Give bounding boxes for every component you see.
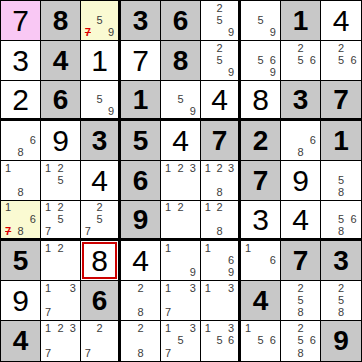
candidate: 9 — [105, 27, 117, 39]
candidate: 3 — [225, 322, 237, 335]
candidate: 1 — [42, 162, 54, 174]
pencil-marks: 12 — [42, 242, 79, 279]
pencil-marks: 1237 — [42, 322, 79, 360]
solved-digit: 4 — [211, 85, 228, 115]
cell-r6c3[interactable]: 257 — [81, 201, 121, 241]
cell-r6c6[interactable]: 128 — [201, 201, 241, 241]
candidate: 5 — [335, 294, 348, 306]
given-digit: 6 — [133, 167, 149, 195]
cell-r8c2[interactable]: 137 — [41, 281, 81, 321]
candidate: 2 — [294, 42, 306, 54]
candidate: 8 — [214, 187, 226, 199]
pencil-marks: 569 — [242, 42, 279, 79]
cell-r8c4[interactable]: 28 — [121, 281, 161, 321]
given-digit: 3 — [92, 127, 108, 155]
cell-r2c5[interactable]: 8 — [161, 41, 201, 81]
cell-r9c2[interactable]: 1237 — [41, 321, 81, 361]
given-digit: 1 — [293, 7, 309, 35]
cell-r7c7[interactable]: 16 — [241, 241, 281, 281]
excluded-candidate: 7 — [2, 225, 14, 237]
cell-r2c7[interactable]: 569 — [241, 41, 281, 81]
candidate: 5 — [54, 174, 66, 186]
cell-r3c3[interactable]: 59 — [81, 81, 121, 121]
solved-digit: 1 — [91, 46, 108, 76]
candidate: 1 — [202, 202, 214, 214]
candidate: 6 — [267, 335, 279, 348]
candidate: 2 — [54, 322, 66, 335]
candidate: 5 — [335, 174, 348, 186]
pencil-marks: 259 — [202, 42, 237, 79]
candidate: 1 — [42, 242, 54, 254]
cell-r4c2[interactable]: 9 — [41, 121, 81, 161]
candidate: 2 — [54, 242, 66, 254]
cell-r7c4[interactable]: 4 — [121, 241, 161, 281]
candidate: 7 — [162, 347, 174, 360]
given-digit: 4 — [13, 327, 29, 355]
cell-r5c9[interactable]: 58 — [321, 161, 361, 201]
candidate: 5 — [94, 94, 106, 106]
candidate: 1 — [202, 282, 214, 294]
candidate: 5 — [254, 335, 266, 348]
cell-r3c7[interactable]: 8 — [241, 81, 281, 121]
candidate: 5 — [54, 214, 66, 226]
pencil-marks: 169 — [202, 242, 237, 279]
solved-digit: 3 — [252, 205, 269, 235]
given-digit: 3 — [133, 7, 149, 35]
candidate: 9 — [105, 105, 117, 117]
cell-r7c6[interactable]: 169 — [201, 241, 241, 281]
cell-r5c4[interactable]: 6 — [121, 161, 161, 201]
candidate: 6 — [307, 134, 319, 146]
candidate: 2 — [214, 162, 226, 174]
sudoku-board: 7857936259591434178259569256256265915948… — [0, 0, 362, 362]
given-digit: 9 — [333, 327, 349, 355]
cell-r8c3[interactable]: 6 — [81, 281, 121, 321]
candidate: 8 — [335, 187, 348, 199]
candidate: 5 — [294, 294, 306, 306]
cell-r9c8[interactable]: 2568 — [281, 321, 321, 361]
cell-r3c9[interactable]: 7 — [321, 81, 361, 121]
cell-r7c1[interactable]: 5 — [1, 241, 41, 281]
candidate: 2 — [335, 42, 348, 54]
cell-r5c1[interactable]: 18 — [1, 161, 41, 201]
given-digit: 2 — [253, 127, 269, 155]
pencil-marks: 568 — [322, 202, 360, 237]
candidate: 2 — [134, 322, 146, 335]
cell-r3c8[interactable]: 3 — [281, 81, 321, 121]
candidate: 2 — [214, 2, 226, 14]
solved-digit: 2 — [12, 85, 29, 115]
cell-r7c2[interactable]: 12 — [41, 241, 81, 281]
given-digit: 4 — [53, 47, 69, 75]
candidate: 8 — [294, 147, 306, 159]
given-digit: 3 — [293, 86, 309, 114]
cell-r6c8[interactable]: 4 — [281, 201, 321, 241]
candidate: 1 — [2, 202, 14, 214]
pencil-marks: 137 — [162, 282, 199, 319]
cell-r2c6[interactable]: 259 — [201, 41, 241, 81]
cell-r8c5[interactable]: 137 — [161, 281, 201, 321]
pencil-marks: 16 — [242, 242, 279, 279]
candidate: 5 — [174, 335, 186, 348]
candidate: 8 — [134, 307, 146, 319]
candidate: 2 — [174, 162, 186, 174]
candidate: 2 — [214, 202, 226, 214]
solved-digit: 4 — [292, 205, 309, 235]
cell-r6c7[interactable]: 3 — [241, 201, 281, 241]
pencil-marks: 59 — [242, 2, 279, 39]
candidate: 6 — [347, 214, 360, 226]
candidate: 8 — [14, 147, 26, 159]
given-digit: 7 — [333, 86, 349, 114]
candidate: 9 — [267, 67, 279, 79]
given-digit: 6 — [173, 7, 189, 35]
solved-digit: 8 — [252, 85, 269, 115]
pencil-marks: 18 — [2, 162, 39, 199]
candidate: 3 — [67, 282, 79, 294]
given-digit: 6 — [53, 86, 69, 114]
candidate: 5 — [94, 214, 106, 226]
candidate: 9 — [267, 27, 279, 39]
cell-r4c4[interactable]: 5 — [121, 121, 161, 161]
candidate: 6 — [347, 54, 360, 66]
candidate: 3 — [187, 162, 199, 174]
cell-r8c1[interactable]: 9 — [1, 281, 41, 321]
candidate: 3 — [67, 322, 79, 335]
candidate: 7 — [42, 307, 54, 319]
cell-r5c5[interactable]: 123 — [161, 161, 201, 201]
solved-digit: 9 — [292, 166, 309, 196]
excluded-candidate: 7 — [82, 27, 94, 39]
candidate: 2 — [174, 202, 186, 214]
candidate: 6 — [307, 54, 319, 66]
pencil-marks: 1356 — [202, 322, 237, 360]
cell-r4c5[interactable]: 4 — [161, 121, 201, 161]
candidate: 1 — [2, 162, 14, 174]
candidate: 9 — [225, 267, 237, 279]
pencil-marks: 58 — [322, 162, 360, 199]
cell-r1c6[interactable]: 259 — [201, 1, 241, 41]
cell-r6c2[interactable]: 1257 — [41, 201, 81, 241]
pencil-marks: 125 — [42, 162, 79, 199]
solved-digit: 9 — [52, 126, 69, 156]
solved-digit: 8 — [91, 246, 108, 276]
pencil-marks: 1357 — [162, 322, 199, 360]
candidate: 5 — [335, 214, 348, 226]
candidate: 5 — [254, 54, 266, 66]
cell-r1c2[interactable]: 8 — [41, 1, 81, 41]
candidate: 7 — [42, 347, 54, 360]
candidate: 9 — [225, 67, 237, 79]
cell-r1c8[interactable]: 1 — [281, 1, 321, 41]
given-digit: 8 — [173, 47, 189, 75]
given-digit: 5 — [13, 247, 29, 275]
candidate: 1 — [42, 202, 54, 214]
pencil-marks: 258 — [282, 282, 319, 319]
candidate: 2 — [54, 202, 66, 214]
candidate: 5 — [294, 335, 306, 348]
candidate: 8 — [335, 307, 348, 319]
pencil-marks: 19 — [162, 242, 199, 279]
cell-r8c7[interactable]: 4 — [241, 281, 281, 321]
cell-r4c8[interactable]: 68 — [281, 121, 321, 161]
candidate: 2 — [94, 202, 106, 214]
pencil-marks: 1257 — [42, 202, 79, 237]
cell-r3c4[interactable]: 1 — [121, 81, 161, 121]
cell-r6c1[interactable]: 1678 — [1, 201, 41, 241]
candidate: 6 — [225, 335, 237, 348]
candidate: 6 — [267, 254, 279, 266]
candidate: 3 — [187, 322, 199, 335]
candidate: 6 — [27, 134, 39, 146]
pencil-marks: 2568 — [282, 322, 319, 360]
solved-digit: 7 — [132, 46, 149, 76]
cell-r5c2[interactable]: 125 — [41, 161, 81, 201]
pencil-marks: 59 — [162, 82, 199, 117]
candidate: 3 — [187, 282, 199, 294]
cell-r4c9[interactable]: 1 — [321, 121, 361, 161]
candidate: 2 — [294, 322, 306, 335]
pencil-marks: 68 — [282, 122, 319, 159]
pencil-marks: 68 — [2, 122, 39, 159]
candidate: 1 — [242, 242, 254, 254]
cell-r9c1[interactable]: 4 — [1, 321, 41, 361]
candidate: 7 — [42, 225, 54, 237]
candidate: 1 — [162, 162, 174, 174]
given-digit: 5 — [133, 127, 149, 155]
solved-digit: 7 — [12, 6, 29, 36]
solved-digit: 9 — [12, 286, 29, 316]
cell-r5c7[interactable]: 7 — [241, 161, 281, 201]
pencil-marks: 12 — [162, 202, 199, 237]
candidate: 9 — [225, 27, 237, 39]
cell-r7c3[interactable]: 8 — [81, 241, 121, 281]
cell-r1c3[interactable]: 579 — [81, 1, 121, 41]
candidate: 6 — [307, 335, 319, 348]
pencil-marks: 28 — [122, 322, 159, 360]
candidate: 1 — [202, 242, 214, 254]
candidate: 7 — [162, 307, 174, 319]
candidate: 1 — [42, 282, 54, 294]
cell-r4c7[interactable]: 2 — [241, 121, 281, 161]
candidate: 3 — [225, 162, 237, 174]
given-digit: 1 — [333, 127, 349, 155]
cell-r8c9[interactable]: 258 — [321, 281, 361, 321]
candidate: 9 — [187, 105, 199, 117]
cell-r6c5[interactable]: 12 — [161, 201, 201, 241]
pencil-marks: 258 — [322, 282, 360, 319]
cell-r1c7[interactable]: 59 — [241, 1, 281, 41]
cell-r3c2[interactable]: 6 — [41, 81, 81, 121]
pencil-marks: 27 — [82, 322, 117, 360]
pencil-marks: 259 — [202, 2, 237, 39]
candidate: 8 — [294, 307, 306, 319]
cell-r9c4[interactable]: 28 — [121, 321, 161, 361]
cell-r5c6[interactable]: 1238 — [201, 161, 241, 201]
pencil-marks: 59 — [82, 82, 117, 117]
candidate: 8 — [14, 225, 26, 237]
pencil-marks: 156 — [242, 322, 279, 360]
pencil-marks: 1238 — [202, 162, 237, 199]
given-digit: 7 — [253, 167, 269, 195]
pencil-marks: 123 — [162, 162, 199, 199]
candidate: 2 — [94, 322, 106, 335]
cell-r9c5[interactable]: 1357 — [161, 321, 201, 361]
cell-r4c3[interactable]: 3 — [81, 121, 121, 161]
cell-r2c1[interactable]: 3 — [1, 41, 41, 81]
cell-r5c8[interactable]: 9 — [281, 161, 321, 201]
given-digit: 6 — [92, 287, 108, 315]
candidate: 1 — [202, 162, 214, 174]
candidate: 5 — [214, 54, 226, 66]
cell-r7c8[interactable]: 7 — [281, 241, 321, 281]
solved-digit: 4 — [91, 166, 108, 196]
solved-digit: 4 — [333, 6, 350, 36]
solved-digit: 4 — [132, 246, 149, 276]
cell-r4c6[interactable]: 7 — [201, 121, 241, 161]
candidate: 9 — [187, 267, 199, 279]
candidate: 2 — [134, 282, 146, 294]
cell-r1c5[interactable]: 6 — [161, 1, 201, 41]
cell-r6c9[interactable]: 568 — [321, 201, 361, 241]
cell-r9c7[interactable]: 156 — [241, 321, 281, 361]
candidate: 8 — [335, 225, 348, 237]
given-digit: 7 — [293, 247, 309, 275]
cell-r3c6[interactable]: 4 — [201, 81, 241, 121]
candidate: 1 — [42, 322, 54, 335]
pencil-marks: 128 — [202, 202, 237, 237]
candidate: 1 — [202, 322, 214, 335]
candidate: 5 — [94, 14, 106, 26]
solved-digit: 4 — [172, 126, 189, 156]
candidate: 1 — [242, 322, 254, 335]
pencil-marks: 257 — [82, 202, 117, 237]
cell-r4c1[interactable]: 68 — [1, 121, 41, 161]
candidate: 3 — [225, 282, 237, 294]
cell-r8c6[interactable]: 13 — [201, 281, 241, 321]
candidate: 1 — [162, 242, 174, 254]
candidate: 5 — [294, 54, 306, 66]
pencil-marks: 28 — [122, 282, 159, 319]
pencil-marks: 13 — [202, 282, 237, 319]
candidate: 8 — [294, 347, 306, 360]
candidate: 8 — [214, 225, 226, 237]
candidate: 7 — [82, 225, 94, 237]
cell-r9c3[interactable]: 27 — [81, 321, 121, 361]
pencil-marks: 1678 — [2, 202, 39, 237]
candidate: 2 — [294, 282, 306, 294]
pencil-marks: 579 — [82, 2, 117, 39]
cell-r1c4[interactable]: 3 — [121, 1, 161, 41]
candidate: 5 — [174, 94, 186, 106]
cell-r7c5[interactable]: 19 — [161, 241, 201, 281]
pencil-marks: 256 — [322, 42, 360, 79]
candidate: 2 — [54, 162, 66, 174]
pencil-marks: 256 — [282, 42, 319, 79]
candidate: 2 — [335, 282, 348, 294]
cell-r8c8[interactable]: 258 — [281, 281, 321, 321]
cell-r2c9[interactable]: 256 — [321, 41, 361, 81]
candidate: 1 — [162, 322, 174, 335]
cell-r3c1[interactable]: 2 — [1, 81, 41, 121]
solved-digit: 3 — [12, 46, 29, 76]
given-digit: 4 — [253, 287, 269, 315]
candidate: 5 — [214, 14, 226, 26]
cell-r9c9[interactable]: 9 — [321, 321, 361, 361]
cell-r2c2[interactable]: 4 — [41, 41, 81, 81]
candidate: 8 — [134, 347, 146, 360]
candidate: 5 — [335, 54, 348, 66]
cell-r5c3[interactable]: 4 — [81, 161, 121, 201]
candidate: 8 — [14, 187, 26, 199]
cell-r1c1[interactable]: 7 — [1, 1, 41, 41]
candidate: 6 — [267, 54, 279, 66]
cell-r2c3[interactable]: 1 — [81, 41, 121, 81]
given-digit: 7 — [212, 127, 228, 155]
given-digit: 8 — [53, 7, 69, 35]
candidate: 5 — [214, 335, 226, 348]
candidate: 6 — [225, 254, 237, 266]
cell-r7c9[interactable]: 3 — [321, 241, 361, 281]
cell-r2c8[interactable]: 256 — [281, 41, 321, 81]
candidate: 2 — [214, 42, 226, 54]
candidate: 6 — [27, 214, 39, 226]
pencil-marks: 137 — [42, 282, 79, 319]
candidate: 7 — [82, 347, 94, 360]
cell-r3c5[interactable]: 59 — [161, 81, 201, 121]
cell-r6c4[interactable]: 9 — [121, 201, 161, 241]
candidate: 1 — [162, 282, 174, 294]
cell-r1c9[interactable]: 4 — [321, 1, 361, 41]
cell-r2c4[interactable]: 7 — [121, 41, 161, 81]
given-digit: 1 — [133, 86, 149, 114]
candidate: 5 — [254, 14, 266, 26]
candidate: 1 — [162, 202, 174, 214]
given-digit: 9 — [133, 206, 149, 234]
cell-r9c6[interactable]: 1356 — [201, 321, 241, 361]
given-digit: 3 — [333, 247, 349, 275]
